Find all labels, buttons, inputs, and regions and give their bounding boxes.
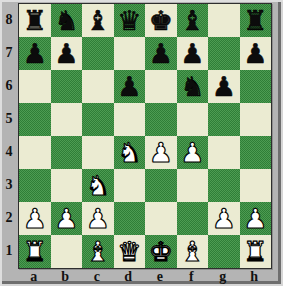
square-a8[interactable]: ♜: [19, 4, 51, 37]
piece-white-rook[interactable]: ♜: [240, 235, 272, 268]
file-labels: abcdefgh: [18, 269, 272, 285]
square-b8[interactable]: ♞: [51, 4, 83, 37]
square-h1[interactable]: ♜: [240, 235, 272, 268]
file-label-b: b: [50, 269, 82, 285]
file-label-f: f: [176, 269, 208, 285]
rank-label-3: 3: [0, 168, 18, 201]
square-b7[interactable]: ♟: [51, 37, 83, 70]
square-e7[interactable]: ♟: [145, 37, 177, 70]
file-label-g: g: [207, 269, 239, 285]
square-a4[interactable]: [19, 136, 51, 169]
square-c7[interactable]: [82, 37, 114, 70]
square-b2[interactable]: ♟: [51, 202, 83, 235]
square-b5[interactable]: [51, 103, 83, 136]
piece-black-bishop[interactable]: ♝: [177, 4, 209, 37]
file-label-a: a: [18, 269, 50, 285]
piece-black-pawn[interactable]: ♟: [114, 70, 146, 103]
piece-white-pawn[interactable]: ♟: [82, 202, 114, 235]
chess-diagram: 87654321 ♜♞♝♛♚♝♜♟♟♟♟♟♟♞♟♞♟♟♞♟♟♟♟♟♜♝♛♚♝♜ …: [0, 0, 283, 286]
piece-black-pawn[interactable]: ♟: [19, 37, 51, 70]
square-a5[interactable]: [19, 103, 51, 136]
square-h3[interactable]: [240, 169, 272, 202]
square-g2[interactable]: ♟: [208, 202, 240, 235]
square-a2[interactable]: ♟: [19, 202, 51, 235]
square-c2[interactable]: ♟: [82, 202, 114, 235]
rank-label-4: 4: [0, 135, 18, 168]
square-a1[interactable]: ♜: [19, 235, 51, 268]
file-label-d: d: [113, 269, 145, 285]
square-b4[interactable]: [51, 136, 83, 169]
piece-black-knight[interactable]: ♞: [51, 4, 83, 37]
square-b3[interactable]: [51, 169, 83, 202]
square-c1[interactable]: ♝: [82, 235, 114, 268]
square-g3[interactable]: [208, 169, 240, 202]
piece-white-pawn[interactable]: ♟: [19, 202, 51, 235]
square-h4[interactable]: [240, 136, 272, 169]
rank-labels: 87654321: [0, 3, 18, 267]
piece-white-knight[interactable]: ♞: [114, 136, 146, 169]
square-a3[interactable]: [19, 169, 51, 202]
square-e3[interactable]: [145, 169, 177, 202]
square-c4[interactable]: [82, 136, 114, 169]
piece-black-rook[interactable]: ♜: [19, 4, 51, 37]
square-c5[interactable]: [82, 103, 114, 136]
square-f5[interactable]: [177, 103, 209, 136]
rank-label-6: 6: [0, 69, 18, 102]
square-f2[interactable]: [177, 202, 209, 235]
piece-black-pawn[interactable]: ♟: [177, 37, 209, 70]
square-e6[interactable]: [145, 70, 177, 103]
square-f8[interactable]: ♝: [177, 4, 209, 37]
file-label-h: h: [239, 269, 271, 285]
square-d8[interactable]: ♛: [114, 4, 146, 37]
square-e1[interactable]: ♚: [145, 235, 177, 268]
square-g7[interactable]: [208, 37, 240, 70]
square-c3[interactable]: ♞: [82, 169, 114, 202]
piece-white-bishop[interactable]: ♝: [177, 235, 209, 268]
square-h2[interactable]: ♟: [240, 202, 272, 235]
square-d3[interactable]: [114, 169, 146, 202]
file-label-e: e: [144, 269, 176, 285]
piece-black-knight[interactable]: ♞: [177, 70, 209, 103]
piece-white-pawn[interactable]: ♟: [177, 136, 209, 169]
square-e4[interactable]: ♟: [145, 136, 177, 169]
square-g8[interactable]: [208, 4, 240, 37]
square-g6[interactable]: ♟: [208, 70, 240, 103]
square-d6[interactable]: ♟: [114, 70, 146, 103]
square-e2[interactable]: [145, 202, 177, 235]
square-d1[interactable]: ♛: [114, 235, 146, 268]
piece-black-pawn[interactable]: ♟: [51, 37, 83, 70]
file-label-c: c: [81, 269, 113, 285]
square-h5[interactable]: [240, 103, 272, 136]
rank-label-2: 2: [0, 201, 18, 234]
square-e5[interactable]: [145, 103, 177, 136]
square-f4[interactable]: ♟: [177, 136, 209, 169]
square-a7[interactable]: ♟: [19, 37, 51, 70]
piece-white-bishop[interactable]: ♝: [82, 235, 114, 268]
square-g4[interactable]: [208, 136, 240, 169]
piece-black-bishop[interactable]: ♝: [82, 4, 114, 37]
piece-black-pawn[interactable]: ♟: [145, 37, 177, 70]
square-d5[interactable]: [114, 103, 146, 136]
square-d7[interactable]: [114, 37, 146, 70]
square-g1[interactable]: [208, 235, 240, 268]
rank-label-8: 8: [0, 3, 18, 36]
piece-white-pawn[interactable]: ♟: [240, 202, 272, 235]
piece-black-king[interactable]: ♚: [145, 4, 177, 37]
square-f6[interactable]: ♞: [177, 70, 209, 103]
square-f1[interactable]: ♝: [177, 235, 209, 268]
piece-black-rook[interactable]: ♜: [240, 4, 272, 37]
rank-label-5: 5: [0, 102, 18, 135]
piece-black-pawn[interactable]: ♟: [208, 70, 240, 103]
square-f7[interactable]: ♟: [177, 37, 209, 70]
square-a6[interactable]: [19, 70, 51, 103]
piece-white-queen[interactable]: ♛: [114, 235, 146, 268]
piece-white-knight[interactable]: ♞: [82, 169, 114, 202]
square-b6[interactable]: [51, 70, 83, 103]
piece-white-rook[interactable]: ♜: [19, 235, 51, 268]
square-c6[interactable]: [82, 70, 114, 103]
piece-white-pawn[interactable]: ♟: [208, 202, 240, 235]
square-h8[interactable]: ♜: [240, 4, 272, 37]
rank-label-7: 7: [0, 36, 18, 69]
square-b1[interactable]: [51, 235, 83, 268]
piece-white-pawn[interactable]: ♟: [51, 202, 83, 235]
piece-white-pawn[interactable]: ♟: [145, 136, 177, 169]
rank-label-1: 1: [0, 234, 18, 267]
square-g5[interactable]: [208, 103, 240, 136]
square-d4[interactable]: ♞: [114, 136, 146, 169]
piece-black-queen[interactable]: ♛: [114, 4, 146, 37]
square-d2[interactable]: [114, 202, 146, 235]
chess-board[interactable]: ♜♞♝♛♚♝♜♟♟♟♟♟♟♞♟♞♟♟♞♟♟♟♟♟♜♝♛♚♝♜: [18, 3, 272, 269]
square-h7[interactable]: ♟: [240, 37, 272, 70]
square-c8[interactable]: ♝: [82, 4, 114, 37]
square-e8[interactable]: ♚: [145, 4, 177, 37]
square-f3[interactable]: [177, 169, 209, 202]
square-h6[interactable]: [240, 70, 272, 103]
piece-black-pawn[interactable]: ♟: [240, 37, 272, 70]
piece-white-king[interactable]: ♚: [145, 235, 177, 268]
